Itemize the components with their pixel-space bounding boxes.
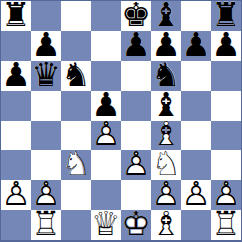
square-g2[interactable]: ♟♙ (181, 180, 211, 210)
square-d1[interactable]: ♛♕ (91, 210, 121, 240)
white-piece-fill-layer: ♜ (31, 209, 61, 239)
square-g3[interactable] (181, 150, 211, 180)
square-d5[interactable]: ♙♟ (91, 91, 121, 121)
white-king-icon[interactable]: ♚♔ (121, 210, 151, 240)
black-piece-glyph: ♟ (121, 30, 151, 60)
square-a2[interactable]: ♟♙ (1, 180, 31, 210)
white-piece-fill-layer: ♟ (151, 179, 181, 209)
square-b5[interactable] (31, 91, 61, 121)
white-pawn-icon[interactable]: ♟♙ (31, 180, 61, 210)
white-pawn-icon[interactable]: ♟♙ (121, 150, 151, 180)
square-d6[interactable] (91, 61, 121, 91)
square-f7[interactable]: ♙♟ (151, 31, 181, 61)
square-a5[interactable] (1, 91, 31, 121)
black-pawn-icon[interactable]: ♙♟ (151, 31, 181, 61)
square-b6[interactable]: ♕♛ (31, 61, 61, 91)
black-piece-fill-layer: ♙ (121, 30, 151, 60)
white-piece-fill-layer: ♞ (61, 149, 91, 179)
white-knight-icon[interactable]: ♞♘ (61, 150, 91, 180)
square-h1[interactable]: ♜♖ (211, 210, 241, 240)
black-pawn-icon[interactable]: ♙♟ (121, 31, 151, 61)
white-piece-glyph: ♕ (91, 209, 121, 239)
black-piece-glyph: ♟ (211, 30, 241, 60)
square-c7[interactable] (61, 31, 91, 61)
black-knight-icon[interactable]: ♘♞ (61, 61, 91, 91)
square-f4[interactable]: ♝♗ (151, 121, 181, 151)
white-piece-fill-layer: ♟ (91, 119, 121, 149)
white-piece-glyph: ♙ (31, 179, 61, 209)
black-piece-fill-layer: ♗ (151, 89, 181, 119)
white-piece-fill-layer: ♞ (151, 149, 181, 179)
square-c5[interactable] (61, 91, 91, 121)
black-pawn-icon[interactable]: ♙♟ (211, 31, 241, 61)
square-f8[interactable]: ♗♝ (151, 1, 181, 31)
white-pawn-icon[interactable]: ♟♙ (1, 180, 31, 210)
black-pawn-icon[interactable]: ♙♟ (181, 31, 211, 61)
white-piece-fill-layer: ♟ (181, 179, 211, 209)
white-piece-fill-layer: ♟ (1, 179, 31, 209)
black-piece-fill-layer: ♙ (31, 30, 61, 60)
black-piece-fill-layer: ♙ (211, 30, 241, 60)
square-f3[interactable]: ♞♘ (151, 150, 181, 180)
square-e3[interactable]: ♟♙ (121, 150, 151, 180)
white-piece-glyph: ♙ (151, 179, 181, 209)
white-piece-glyph: ♗ (151, 119, 181, 149)
square-g1[interactable] (181, 210, 211, 240)
white-bishop-icon[interactable]: ♝♗ (151, 121, 181, 151)
square-b3[interactable] (31, 150, 61, 180)
square-b4[interactable] (31, 121, 61, 151)
square-f5[interactable]: ♗♝ (151, 91, 181, 121)
square-e5[interactable] (121, 91, 151, 121)
white-piece-fill-layer: ♟ (31, 179, 61, 209)
white-piece-fill-layer: ♟ (211, 179, 241, 209)
black-piece-fill-layer: ♕ (31, 59, 61, 89)
square-d8[interactable] (91, 1, 121, 31)
square-g6[interactable] (181, 61, 211, 91)
white-rook-icon[interactable]: ♜♖ (211, 210, 241, 240)
black-piece-glyph: ♛ (31, 59, 61, 89)
black-piece-glyph: ♚ (121, 0, 151, 30)
black-bishop-icon[interactable]: ♗♝ (151, 1, 181, 31)
black-queen-icon[interactable]: ♕♛ (31, 61, 61, 91)
white-piece-glyph: ♙ (181, 179, 211, 209)
square-g4[interactable] (181, 121, 211, 151)
white-piece-fill-layer: ♝ (151, 119, 181, 149)
white-piece-glyph: ♔ (121, 209, 151, 239)
black-piece-glyph: ♟ (31, 30, 61, 60)
square-c3[interactable]: ♞♘ (61, 150, 91, 180)
square-b1[interactable]: ♜♖ (31, 210, 61, 240)
square-g5[interactable] (181, 91, 211, 121)
square-f6[interactable]: ♘♞ (151, 61, 181, 91)
white-pawn-icon[interactable]: ♟♙ (91, 121, 121, 151)
black-piece-fill-layer: ♙ (151, 30, 181, 60)
square-h2[interactable]: ♟♙ (211, 180, 241, 210)
square-b8[interactable] (31, 1, 61, 31)
white-pawn-icon[interactable]: ♟♙ (181, 180, 211, 210)
square-c8[interactable] (61, 1, 91, 31)
white-piece-glyph: ♙ (91, 119, 121, 149)
chess-board: ♖♜♔♚♗♝♖♜♙♟♙♟♙♟♙♟♙♟♙♟♕♛♘♞♘♞♙♟♗♝♟♙♝♗♞♘♟♙♞♘… (0, 0, 242, 242)
square-c6[interactable]: ♘♞ (61, 61, 91, 91)
white-piece-glyph: ♗ (151, 209, 181, 239)
square-c2[interactable] (61, 180, 91, 210)
black-piece-fill-layer: ♙ (181, 30, 211, 60)
white-piece-glyph: ♖ (211, 209, 241, 239)
square-d4[interactable]: ♟♙ (91, 121, 121, 151)
black-piece-glyph: ♟ (181, 30, 211, 60)
square-e6[interactable] (121, 61, 151, 91)
black-piece-fill-layer: ♖ (211, 0, 241, 30)
white-piece-glyph: ♙ (211, 179, 241, 209)
square-e7[interactable]: ♙♟ (121, 31, 151, 61)
black-piece-fill-layer: ♘ (61, 59, 91, 89)
black-piece-glyph: ♜ (211, 0, 241, 30)
black-piece-fill-layer: ♗ (151, 0, 181, 30)
black-piece-fill-layer: ♙ (1, 59, 31, 89)
black-bishop-icon[interactable]: ♗♝ (151, 91, 181, 121)
black-piece-glyph: ♜ (1, 0, 31, 30)
square-d3[interactable] (91, 150, 121, 180)
square-g8[interactable] (181, 1, 211, 31)
white-pawn-icon[interactable]: ♟♙ (211, 180, 241, 210)
square-a3[interactable] (1, 150, 31, 180)
white-piece-glyph: ♖ (31, 209, 61, 239)
white-queen-icon[interactable]: ♛♕ (91, 210, 121, 240)
black-piece-glyph: ♟ (151, 30, 181, 60)
white-piece-fill-layer: ♝ (151, 209, 181, 239)
square-e2[interactable] (121, 180, 151, 210)
square-h7[interactable]: ♙♟ (211, 31, 241, 61)
white-piece-fill-layer: ♟ (121, 149, 151, 179)
square-b7[interactable]: ♙♟ (31, 31, 61, 61)
black-piece-fill-layer: ♘ (151, 59, 181, 89)
white-piece-glyph: ♙ (121, 149, 151, 179)
black-piece-fill-layer: ♙ (91, 89, 121, 119)
white-pawn-icon[interactable]: ♟♙ (151, 180, 181, 210)
black-piece-glyph: ♝ (151, 0, 181, 30)
white-bishop-icon[interactable]: ♝♗ (151, 210, 181, 240)
square-f2[interactable]: ♟♙ (151, 180, 181, 210)
white-piece-fill-layer: ♚ (121, 209, 151, 239)
square-a8[interactable]: ♖♜ (1, 1, 31, 31)
square-a7[interactable] (1, 31, 31, 61)
white-piece-fill-layer: ♛ (91, 209, 121, 239)
white-piece-glyph: ♘ (61, 149, 91, 179)
white-piece-glyph: ♙ (1, 179, 31, 209)
square-h6[interactable] (211, 61, 241, 91)
square-h3[interactable] (211, 150, 241, 180)
square-d7[interactable] (91, 31, 121, 61)
black-piece-fill-layer: ♖ (1, 0, 31, 30)
black-pawn-icon[interactable]: ♙♟ (31, 31, 61, 61)
white-piece-glyph: ♘ (151, 149, 181, 179)
black-knight-icon[interactable]: ♘♞ (151, 61, 181, 91)
black-rook-icon[interactable]: ♖♜ (211, 1, 241, 31)
black-rook-icon[interactable]: ♖♜ (1, 1, 31, 31)
square-h5[interactable] (211, 91, 241, 121)
black-pawn-icon[interactable]: ♙♟ (91, 91, 121, 121)
white-knight-icon[interactable]: ♞♘ (151, 150, 181, 180)
square-a6[interactable]: ♙♟ (1, 61, 31, 91)
square-h8[interactable]: ♖♜ (211, 1, 241, 31)
square-e1[interactable]: ♚♔ (121, 210, 151, 240)
square-b2[interactable]: ♟♙ (31, 180, 61, 210)
black-piece-glyph: ♝ (151, 89, 181, 119)
square-h4[interactable] (211, 121, 241, 151)
square-a1[interactable] (1, 210, 31, 240)
square-g7[interactable]: ♙♟ (181, 31, 211, 61)
square-c4[interactable] (61, 121, 91, 151)
square-d2[interactable] (91, 180, 121, 210)
square-c1[interactable] (61, 210, 91, 240)
black-pawn-icon[interactable]: ♙♟ (1, 61, 31, 91)
black-piece-glyph: ♟ (1, 59, 31, 89)
black-piece-glyph: ♞ (151, 59, 181, 89)
black-king-icon[interactable]: ♔♚ (121, 1, 151, 31)
black-piece-glyph: ♟ (91, 89, 121, 119)
square-a4[interactable] (1, 121, 31, 151)
square-f1[interactable]: ♝♗ (151, 210, 181, 240)
square-e4[interactable] (121, 121, 151, 151)
black-piece-glyph: ♞ (61, 59, 91, 89)
black-piece-fill-layer: ♔ (121, 0, 151, 30)
white-rook-icon[interactable]: ♜♖ (31, 210, 61, 240)
white-piece-fill-layer: ♜ (211, 209, 241, 239)
square-e8[interactable]: ♔♚ (121, 1, 151, 31)
